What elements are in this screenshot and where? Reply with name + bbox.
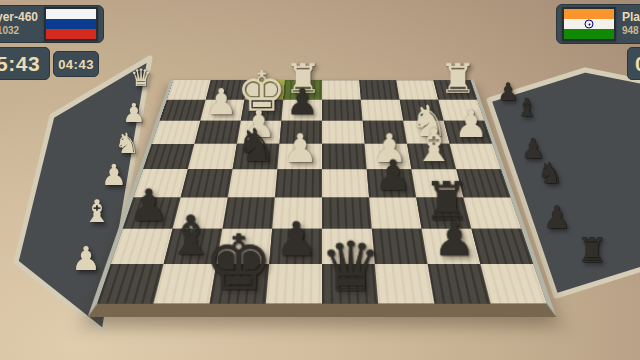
square-d5[interactable] <box>322 169 369 197</box>
black-pawn[interactable]: ♟ <box>128 183 168 227</box>
square-a7[interactable] <box>471 229 533 264</box>
black-pawn[interactable]: ♟ <box>433 215 475 262</box>
captured-white-pawn: ♟ <box>101 161 127 190</box>
black-pawn[interactable]: ♟ <box>374 154 411 196</box>
chess-board: ♜♜♟♚♟♟♞♟♞♟♟♝♟♟♜♝♟♟♚♛ <box>88 79 557 317</box>
square-b4[interactable]: ♝ <box>407 144 456 169</box>
right-player-name: Player- <box>622 11 640 25</box>
white-pawn[interactable]: ♟ <box>282 128 318 168</box>
square-h7[interactable] <box>111 229 173 264</box>
captured-white-pawn: ♟ <box>71 242 101 275</box>
right-player-panel: Player- 948 <box>556 4 640 44</box>
square-d4[interactable] <box>322 144 367 169</box>
white-pawn[interactable]: ♟ <box>454 105 488 143</box>
square-d1[interactable] <box>322 80 361 99</box>
square-e7[interactable]: ♟ <box>269 229 322 264</box>
square-d2[interactable] <box>322 100 363 121</box>
square-h2[interactable] <box>160 100 206 121</box>
right-main-clock: 0 <box>627 47 640 80</box>
square-f4[interactable]: ♞ <box>233 144 280 169</box>
captured-black-knight: ♞ <box>537 159 563 188</box>
square-d8[interactable]: ♛ <box>322 264 378 304</box>
square-c8[interactable] <box>375 264 435 304</box>
captured-black-pawn: ♟ <box>543 202 571 233</box>
square-e4[interactable]: ♟ <box>277 144 322 169</box>
white-rook[interactable]: ♜ <box>439 57 476 98</box>
square-d3[interactable] <box>322 121 365 144</box>
square-a4[interactable] <box>450 144 501 169</box>
square-g3[interactable] <box>194 121 240 144</box>
captured-white-pawn: ♟ <box>122 100 145 126</box>
square-g4[interactable] <box>188 144 237 169</box>
square-c5[interactable]: ♟ <box>367 169 417 197</box>
captured-black-rook: ♜ <box>577 233 607 267</box>
black-pawn[interactable]: ♟ <box>286 84 318 120</box>
square-c1[interactable] <box>359 80 399 99</box>
square-h3[interactable] <box>152 121 200 144</box>
square-f5[interactable] <box>228 169 278 197</box>
square-e5[interactable] <box>275 169 322 197</box>
square-c2[interactable] <box>361 100 403 121</box>
square-c6[interactable] <box>369 197 421 228</box>
square-e8[interactable] <box>266 264 322 304</box>
left-player-name: Player-460 <box>0 11 38 25</box>
russia-flag <box>44 7 98 41</box>
captured-black-bishop: ♝ <box>516 95 538 120</box>
square-f8[interactable]: ♚ <box>210 264 270 304</box>
captured-white-knight: ♞ <box>114 130 139 158</box>
india-flag <box>562 7 616 41</box>
right-player-rating: 948 <box>622 25 640 37</box>
white-pawn[interactable]: ♟ <box>205 84 237 120</box>
square-g5[interactable] <box>181 169 233 197</box>
left-secondary-clock: 04:43 <box>53 51 99 77</box>
square-h1[interactable] <box>167 80 211 99</box>
ashoka-chakra-icon <box>585 20 594 29</box>
black-king[interactable]: ♚ <box>203 225 272 302</box>
black-queen[interactable]: ♛ <box>319 233 380 301</box>
left-main-clock: 05:43 <box>0 47 50 80</box>
square-e2[interactable]: ♟ <box>281 100 322 121</box>
black-pawn[interactable]: ♟ <box>275 215 317 262</box>
square-h8[interactable] <box>97 264 163 304</box>
black-knight[interactable]: ♞ <box>235 122 276 168</box>
board-grid: ♜♜♟♚♟♟♞♟♞♟♟♝♟♟♜♝♟♟♚♛ <box>97 80 546 303</box>
captured-white-bishop: ♝ <box>83 196 111 227</box>
square-d6[interactable] <box>322 197 372 228</box>
left-player-rating: 1032 <box>0 25 38 37</box>
captured-white-queen: ♛ <box>130 66 152 90</box>
left-player-panel: Player-460 1032 <box>0 5 104 43</box>
white-bishop[interactable]: ♝ <box>413 122 454 168</box>
square-b7[interactable]: ♟ <box>422 229 481 264</box>
square-a8[interactable] <box>480 264 546 304</box>
square-h4[interactable] <box>143 144 194 169</box>
